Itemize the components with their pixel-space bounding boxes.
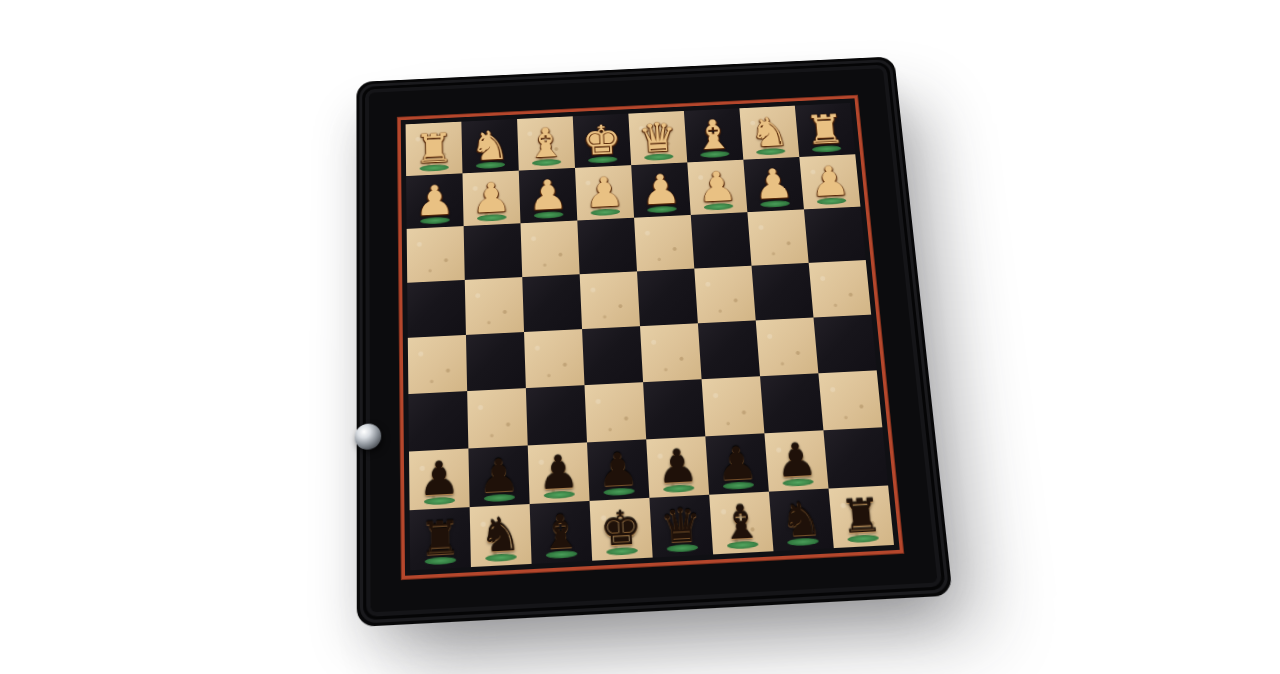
square-a7 [823,427,888,488]
square-e2: ♟ [575,165,634,220]
square-f4 [522,274,582,332]
white-bishop: ♝ [692,109,734,162]
black-pawn: ♟ [714,434,759,494]
drawer-knob [355,423,382,450]
square-g2: ♟ [462,171,520,226]
square-g8: ♞ [470,504,532,567]
square-g3 [464,223,523,280]
square-c3 [691,212,752,268]
black-pawn: ♟ [477,446,520,507]
square-g6 [467,388,528,448]
square-e4 [580,271,640,329]
square-f7: ♟ [528,442,590,504]
square-h5 [408,335,467,394]
square-e7: ♟ [587,439,649,501]
square-a5 [813,315,876,374]
square-f2: ♟ [519,168,578,223]
square-d8: ♛ [649,495,713,558]
square-a8: ♜ [829,485,894,548]
square-d1: ♛ [628,111,687,165]
white-pawn: ♟ [808,155,852,209]
square-c7: ♟ [705,433,769,494]
square-d5 [640,323,702,382]
black-rook: ♜ [419,508,462,570]
chess-board: ♜♞♝♚♛♝♞♜♟♟♟♟♟♟♟♟♟♟♟♟♟♟♟♜♞♝♚♛♝♞♜ [406,103,894,570]
black-knight: ♞ [479,504,523,566]
white-pawn: ♟ [640,163,682,217]
square-f8: ♝ [530,501,593,564]
white-knight: ♞ [470,119,510,173]
square-f5 [524,329,584,388]
square-b6 [760,373,823,433]
square-c1: ♝ [684,108,743,162]
square-a6 [818,370,882,430]
square-g7: ♟ [468,445,529,507]
black-pawn: ♟ [655,437,700,498]
black-king: ♚ [599,498,644,560]
white-rook: ♜ [414,122,454,176]
black-queen: ♛ [659,495,704,557]
white-knight: ♞ [748,106,791,159]
square-f3 [520,221,579,278]
square-g5 [466,332,526,391]
white-pawn: ♟ [584,166,626,221]
square-a4 [809,260,872,317]
square-b5 [756,318,819,377]
white-pawn: ♟ [527,168,568,223]
square-e5 [582,326,643,385]
square-b7: ♟ [764,430,828,491]
square-c6 [702,376,765,436]
square-d4 [637,269,698,327]
square-g1: ♞ [461,119,518,173]
square-c5 [698,320,760,379]
square-h8: ♜ [410,507,471,570]
white-pawn: ♟ [752,157,795,211]
square-d7: ♟ [646,436,709,497]
black-pawn: ♟ [596,440,640,501]
square-e8: ♚ [590,498,653,561]
square-c2: ♟ [687,160,747,215]
square-b4 [752,263,814,321]
square-f1: ♝ [517,116,575,170]
square-a2: ♟ [799,154,860,209]
square-c4 [694,266,755,324]
square-g4 [465,277,524,335]
square-f6 [526,385,587,445]
square-b8: ♞ [769,489,834,552]
black-pawn: ♟ [418,449,460,510]
square-c8: ♝ [709,492,773,555]
white-pawn: ♟ [471,171,512,226]
black-bishop: ♝ [539,501,583,563]
square-d3 [634,215,694,271]
chess-case-frame: ♜♞♝♚♛♝♞♜♟♟♟♟♟♟♟♟♟♟♟♟♟♟♟♜♞♝♚♛♝♞♜ [369,68,938,612]
photo-backdrop: ♜♞♝♚♛♝♞♜♟♟♟♟♟♟♟♟♟♟♟♟♟♟♟♜♞♝♚♛♝♞♜ [0,0,1280,674]
black-rook: ♜ [838,486,885,548]
white-rook: ♜ [803,103,847,156]
white-pawn: ♟ [415,174,455,229]
square-e1: ♚ [573,114,631,168]
black-pawn: ♟ [537,443,581,504]
square-h4 [407,280,466,338]
square-b1: ♞ [739,106,799,160]
white-king: ♚ [581,114,622,167]
square-h1: ♜ [406,122,463,176]
square-e6 [584,382,646,442]
square-d2: ♟ [631,162,691,217]
square-h6 [408,391,468,451]
black-bishop: ♝ [718,492,764,554]
square-e3 [577,218,637,275]
board-perspective-wrapper: ♜♞♝♚♛♝♞♜♟♟♟♟♟♟♟♟♟♟♟♟♟♟♟♜♞♝♚♛♝♞♜ [369,68,938,612]
square-b2: ♟ [743,157,804,212]
black-knight: ♞ [778,489,825,551]
square-d6 [643,379,705,439]
square-h3 [407,226,465,283]
white-queen: ♛ [637,111,679,164]
square-h2: ♟ [406,173,463,229]
white-pawn: ♟ [696,160,739,214]
board-border: ♜♞♝♚♛♝♞♜♟♟♟♟♟♟♟♟♟♟♟♟♟♟♟♜♞♝♚♛♝♞♜ [398,96,903,579]
black-pawn: ♟ [773,431,819,491]
square-a1: ♜ [795,103,855,157]
square-h7: ♟ [409,448,470,510]
square-a3 [804,207,866,263]
white-bishop: ♝ [526,117,567,170]
square-b3 [747,209,808,265]
